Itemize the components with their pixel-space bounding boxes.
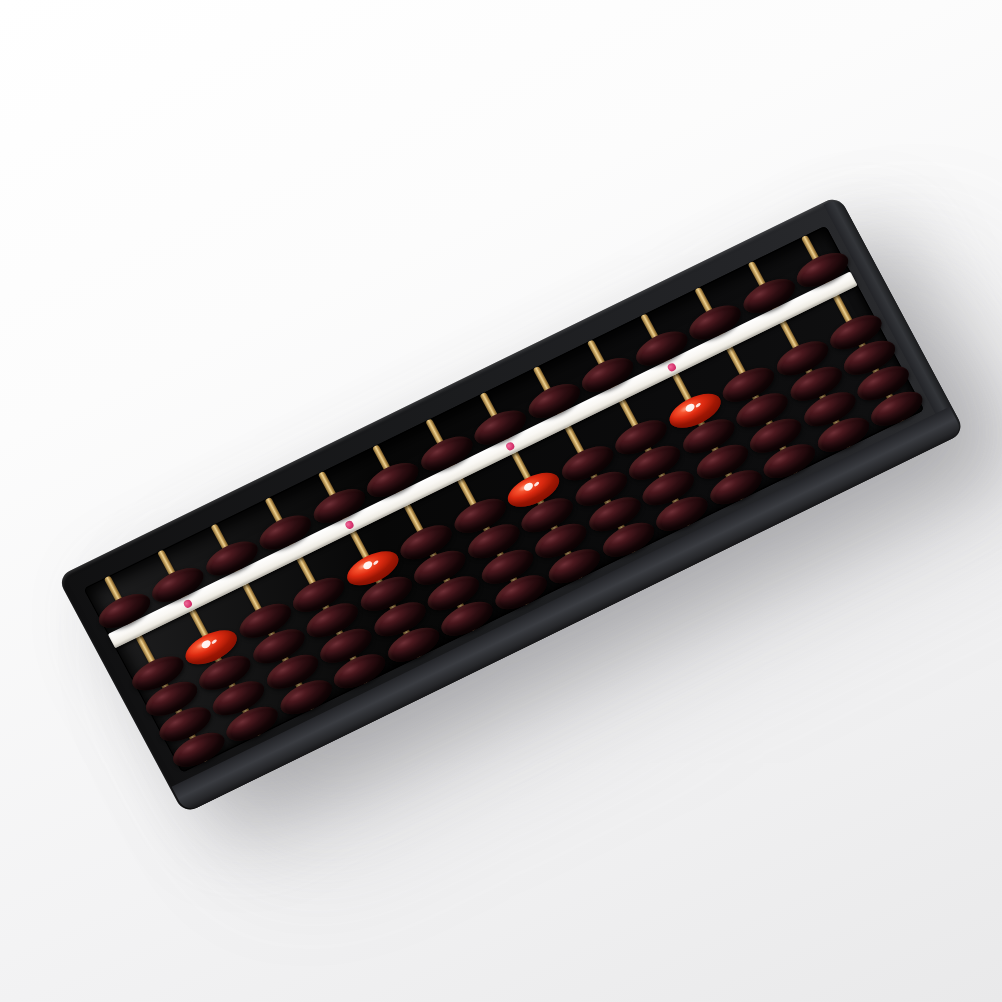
abacus-board (57, 195, 965, 814)
beam-unit-dot-rod-5 (344, 520, 355, 530)
beam-unit-dot-rod-2 (183, 598, 194, 608)
beam-unit-dot-rod-8 (505, 441, 516, 451)
beam-unit-dot-rod-11 (666, 362, 677, 372)
